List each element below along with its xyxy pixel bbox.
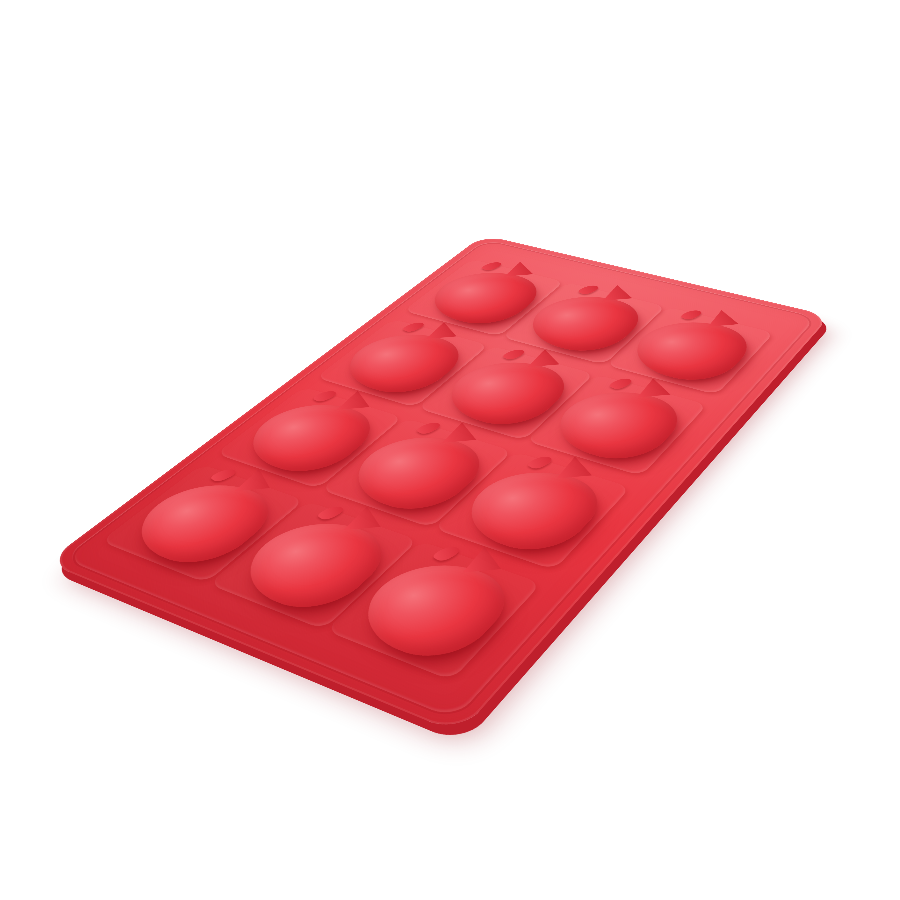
silicone-mold-tray: [46, 235, 830, 734]
product-photo: [0, 0, 900, 900]
cavity-grid: [110, 249, 790, 675]
